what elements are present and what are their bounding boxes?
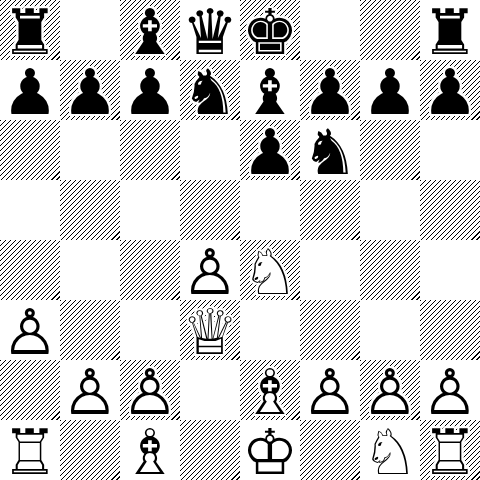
square-b8[interactable] — [60, 0, 120, 60]
square-h2[interactable]: ♟♙ — [420, 360, 480, 420]
square-b3[interactable] — [60, 300, 120, 360]
piece-white-rook[interactable]: ♜♖ — [422, 421, 478, 480]
piece-black-rook[interactable]: ♜♜ — [2, 1, 58, 64]
piece-white-bishop[interactable]: ♝♗ — [122, 421, 178, 480]
piece-black-pawn[interactable]: ♟♟ — [62, 61, 118, 124]
white-pawn-icon: ♙ — [122, 361, 178, 424]
piece-black-bishop[interactable]: ♝♝ — [242, 61, 298, 124]
square-d6[interactable] — [180, 120, 240, 180]
square-b7[interactable]: ♟♟ — [60, 60, 120, 120]
square-c2[interactable]: ♟♙ — [120, 360, 180, 420]
white-bishop-icon: ♗ — [122, 421, 178, 480]
white-rook-icon: ♖ — [2, 421, 58, 480]
square-f1[interactable] — [300, 420, 360, 480]
square-b2[interactable]: ♟♙ — [60, 360, 120, 420]
square-f5[interactable] — [300, 180, 360, 240]
square-c1[interactable]: ♝♗ — [120, 420, 180, 480]
black-knight-icon: ♞ — [302, 121, 358, 184]
black-pawn-icon: ♟ — [122, 61, 178, 124]
square-d5[interactable] — [180, 180, 240, 240]
white-pawn-icon: ♙ — [182, 241, 238, 304]
square-e2[interactable]: ♝♗ — [240, 360, 300, 420]
white-pawn-icon: ♙ — [62, 361, 118, 424]
piece-white-pawn[interactable]: ♟♙ — [62, 361, 118, 424]
square-b4[interactable] — [60, 240, 120, 300]
square-g7[interactable]: ♟♟ — [360, 60, 420, 120]
piece-black-knight[interactable]: ♞♞ — [302, 121, 358, 184]
square-a5[interactable] — [0, 180, 60, 240]
piece-white-knight[interactable]: ♞♘ — [242, 241, 298, 304]
chess-board: ♜♜♝♝♛♛♚♚♜♜♟♟♟♟♟♟♞♞♝♝♟♟♟♟♟♟♟♟♞♞♟♙♞♘♟♙♛♕♟♙… — [0, 0, 480, 480]
piece-black-pawn[interactable]: ♟♟ — [2, 61, 58, 124]
white-pawn-icon: ♙ — [422, 361, 478, 424]
black-knight-icon: ♞ — [182, 61, 238, 124]
square-d1[interactable] — [180, 420, 240, 480]
white-bishop-icon: ♗ — [242, 361, 298, 424]
square-c7[interactable]: ♟♟ — [120, 60, 180, 120]
white-pawn-icon: ♙ — [362, 361, 418, 424]
black-king-icon: ♚ — [242, 1, 298, 64]
square-d4[interactable]: ♟♙ — [180, 240, 240, 300]
black-bishop-icon: ♝ — [122, 1, 178, 64]
square-g5[interactable] — [360, 180, 420, 240]
piece-black-king[interactable]: ♚♚ — [242, 1, 298, 64]
square-g1[interactable]: ♞♘ — [360, 420, 420, 480]
black-pawn-icon: ♟ — [242, 121, 298, 184]
square-f6[interactable]: ♞♞ — [300, 120, 360, 180]
square-g8[interactable] — [360, 0, 420, 60]
piece-black-pawn[interactable]: ♟♟ — [362, 61, 418, 124]
black-rook-icon: ♜ — [422, 1, 478, 64]
square-a1[interactable]: ♜♖ — [0, 420, 60, 480]
piece-white-knight[interactable]: ♞♘ — [362, 421, 418, 480]
black-pawn-icon: ♟ — [62, 61, 118, 124]
square-f8[interactable] — [300, 0, 360, 60]
square-a7[interactable]: ♟♟ — [0, 60, 60, 120]
square-c5[interactable] — [120, 180, 180, 240]
white-king-icon: ♔ — [242, 421, 298, 480]
piece-black-rook[interactable]: ♜♜ — [422, 1, 478, 64]
white-rook-icon: ♖ — [422, 421, 478, 480]
white-pawn-icon: ♙ — [2, 301, 58, 364]
square-h8[interactable]: ♜♜ — [420, 0, 480, 60]
square-c4[interactable] — [120, 240, 180, 300]
square-a4[interactable] — [0, 240, 60, 300]
black-rook-icon: ♜ — [2, 1, 58, 64]
square-d3[interactable]: ♛♕ — [180, 300, 240, 360]
square-a3[interactable]: ♟♙ — [0, 300, 60, 360]
black-pawn-icon: ♟ — [362, 61, 418, 124]
square-g6[interactable] — [360, 120, 420, 180]
square-b6[interactable] — [60, 120, 120, 180]
piece-white-queen[interactable]: ♛♕ — [182, 301, 238, 364]
square-g4[interactable] — [360, 240, 420, 300]
square-e4[interactable]: ♞♘ — [240, 240, 300, 300]
black-pawn-icon: ♟ — [422, 61, 478, 124]
square-b1[interactable] — [60, 420, 120, 480]
square-e1[interactable]: ♚♔ — [240, 420, 300, 480]
black-pawn-icon: ♟ — [2, 61, 58, 124]
square-e5[interactable] — [240, 180, 300, 240]
square-d2[interactable] — [180, 360, 240, 420]
piece-white-king[interactable]: ♚♔ — [242, 421, 298, 480]
square-e3[interactable] — [240, 300, 300, 360]
square-h6[interactable] — [420, 120, 480, 180]
piece-black-pawn[interactable]: ♟♟ — [422, 61, 478, 124]
piece-black-queen[interactable]: ♛♛ — [182, 1, 238, 64]
square-c6[interactable] — [120, 120, 180, 180]
square-f7[interactable]: ♟♟ — [300, 60, 360, 120]
black-pawn-icon: ♟ — [302, 61, 358, 124]
piece-white-pawn[interactable]: ♟♙ — [362, 361, 418, 424]
square-d7[interactable]: ♞♞ — [180, 60, 240, 120]
square-h7[interactable]: ♟♟ — [420, 60, 480, 120]
piece-white-pawn[interactable]: ♟♙ — [302, 361, 358, 424]
square-a2[interactable] — [0, 360, 60, 420]
black-queen-icon: ♛ — [182, 1, 238, 64]
square-h5[interactable] — [420, 180, 480, 240]
square-c8[interactable]: ♝♝ — [120, 0, 180, 60]
white-knight-icon: ♘ — [242, 241, 298, 304]
piece-white-pawn[interactable]: ♟♙ — [422, 361, 478, 424]
white-knight-icon: ♘ — [362, 421, 418, 480]
piece-white-bishop[interactable]: ♝♗ — [242, 361, 298, 424]
white-queen-icon: ♕ — [182, 301, 238, 364]
piece-black-pawn[interactable]: ♟♟ — [122, 61, 178, 124]
piece-white-pawn[interactable]: ♟♙ — [182, 241, 238, 304]
piece-black-pawn[interactable]: ♟♟ — [302, 61, 358, 124]
black-bishop-icon: ♝ — [242, 61, 298, 124]
square-e6[interactable]: ♟♟ — [240, 120, 300, 180]
square-f2[interactable]: ♟♙ — [300, 360, 360, 420]
square-g3[interactable] — [360, 300, 420, 360]
square-e7[interactable]: ♝♝ — [240, 60, 300, 120]
piece-white-pawn[interactable]: ♟♙ — [2, 301, 58, 364]
square-h3[interactable] — [420, 300, 480, 360]
piece-black-knight[interactable]: ♞♞ — [182, 61, 238, 124]
square-f3[interactable] — [300, 300, 360, 360]
square-b5[interactable] — [60, 180, 120, 240]
square-c3[interactable] — [120, 300, 180, 360]
square-g2[interactable]: ♟♙ — [360, 360, 420, 420]
square-a6[interactable] — [0, 120, 60, 180]
square-h4[interactable] — [420, 240, 480, 300]
square-e8[interactable]: ♚♚ — [240, 0, 300, 60]
piece-white-pawn[interactable]: ♟♙ — [122, 361, 178, 424]
piece-black-bishop[interactable]: ♝♝ — [122, 1, 178, 64]
square-h1[interactable]: ♜♖ — [420, 420, 480, 480]
piece-black-pawn[interactable]: ♟♟ — [242, 121, 298, 184]
square-f4[interactable] — [300, 240, 360, 300]
white-pawn-icon: ♙ — [302, 361, 358, 424]
piece-white-rook[interactable]: ♜♖ — [2, 421, 58, 480]
square-d8[interactable]: ♛♛ — [180, 0, 240, 60]
square-a8[interactable]: ♜♜ — [0, 0, 60, 60]
